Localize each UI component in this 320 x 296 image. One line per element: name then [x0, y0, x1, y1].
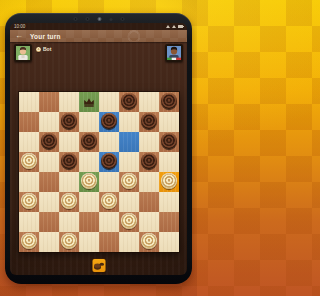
left-player-avatar[interactable] [14, 44, 32, 62]
board-square[interactable] [119, 192, 139, 212]
status-time: 10:00 [14, 23, 25, 30]
signal-icon [172, 25, 176, 28]
dark-piece[interactable] [121, 93, 137, 109]
light-piece[interactable] [21, 193, 37, 209]
right-player-avatar[interactable] [165, 44, 183, 62]
board-square[interactable] [59, 192, 79, 212]
cartoon-man-blue-icon [167, 46, 181, 60]
board-square[interactable] [139, 192, 159, 212]
board-square[interactable] [19, 192, 39, 212]
board-square[interactable] [59, 92, 79, 112]
board-square[interactable] [139, 172, 159, 192]
board-square[interactable] [99, 232, 119, 252]
light-piece[interactable] [121, 173, 137, 189]
board-square[interactable] [39, 92, 59, 112]
left-player-label: Bot [36, 46, 51, 52]
dark-piece[interactable] [161, 93, 177, 109]
light-piece[interactable] [61, 233, 77, 249]
board-square[interactable] [159, 192, 179, 212]
camera-dot [109, 18, 112, 21]
board-square[interactable] [59, 112, 79, 132]
dark-piece[interactable] [61, 113, 77, 129]
board-square[interactable] [79, 152, 99, 172]
board-square[interactable] [99, 172, 119, 192]
left-player-name: Bot [43, 46, 51, 52]
crown-icon [83, 97, 95, 107]
tablet-frame: 10:00 ← Your turn [5, 13, 192, 284]
board-square[interactable] [139, 232, 159, 252]
board-square[interactable] [99, 152, 119, 172]
board-square[interactable] [79, 92, 99, 112]
board-square[interactable] [119, 232, 139, 252]
board-square[interactable] [39, 212, 59, 232]
players-row: Bot [10, 42, 187, 65]
bottom-action-button[interactable] [92, 259, 105, 272]
board-square[interactable] [119, 132, 139, 152]
board-square[interactable] [139, 132, 159, 152]
board-square[interactable] [159, 172, 179, 192]
light-piece[interactable] [121, 213, 137, 229]
board-square[interactable] [59, 232, 79, 252]
board-square[interactable] [79, 172, 99, 192]
board-square[interactable] [79, 112, 99, 132]
dark-piece[interactable] [101, 113, 117, 129]
camera-lens [97, 17, 101, 21]
status-icons [166, 25, 183, 28]
app-bar: ← Your turn [10, 30, 187, 42]
board-square[interactable] [99, 132, 119, 152]
board-square[interactable] [19, 232, 39, 252]
board-square[interactable] [119, 92, 139, 112]
board-square[interactable] [19, 212, 39, 232]
camera-dots [73, 17, 124, 21]
board-square[interactable] [139, 112, 159, 132]
camera-dot [85, 17, 89, 21]
back-arrow-icon[interactable]: ← [15, 31, 23, 41]
board-square[interactable] [159, 232, 179, 252]
cartoon-man-green-icon [16, 46, 30, 60]
board-square[interactable] [19, 132, 39, 152]
light-piece[interactable] [161, 173, 177, 189]
board-square[interactable] [39, 132, 59, 152]
dark-piece[interactable] [161, 133, 177, 149]
camera-dot [120, 17, 124, 21]
board-square[interactable] [159, 132, 179, 152]
dark-piece[interactable] [81, 133, 97, 149]
board-square[interactable] [99, 112, 119, 132]
board-square[interactable] [159, 92, 179, 112]
dark-piece[interactable] [41, 133, 57, 149]
wifi-icon [166, 25, 170, 28]
board-square[interactable] [99, 192, 119, 212]
dark-piece[interactable] [61, 153, 77, 169]
light-piece[interactable] [21, 153, 37, 169]
board-square[interactable] [59, 132, 79, 152]
checkers-pieces-icon [92, 259, 105, 272]
light-piece[interactable] [141, 233, 157, 249]
board-square[interactable] [39, 192, 59, 212]
board-square[interactable] [39, 232, 59, 252]
light-checker-icon [36, 47, 41, 52]
status-bar: 10:00 [10, 23, 187, 30]
dark-piece[interactable] [141, 113, 157, 129]
app-screen: 10:00 ← Your turn [10, 23, 187, 275]
board-square[interactable] [99, 92, 119, 112]
board-square[interactable] [79, 192, 99, 212]
dark-piece[interactable] [141, 153, 157, 169]
board-square[interactable] [19, 172, 39, 192]
light-piece[interactable] [81, 173, 97, 189]
board-square[interactable] [39, 152, 59, 172]
board-square[interactable] [79, 132, 99, 152]
board-square[interactable] [79, 232, 99, 252]
board-square[interactable] [159, 112, 179, 132]
board [19, 92, 179, 252]
board-square[interactable] [139, 212, 159, 232]
board-square[interactable] [79, 212, 99, 232]
battery-icon [178, 25, 183, 28]
board-square[interactable] [59, 212, 79, 232]
board-square[interactable] [119, 152, 139, 172]
light-piece[interactable] [61, 193, 77, 209]
board-square[interactable] [119, 212, 139, 232]
board-square[interactable] [19, 112, 39, 132]
board-square[interactable] [119, 172, 139, 192]
dark-piece[interactable] [101, 153, 117, 169]
page-title: Your turn [30, 33, 61, 40]
board-square[interactable] [119, 112, 139, 132]
board-square[interactable] [139, 152, 159, 172]
board-square[interactable] [139, 92, 159, 112]
board-square[interactable] [159, 212, 179, 232]
light-piece[interactable] [21, 233, 37, 249]
light-piece[interactable] [101, 193, 117, 209]
board-square[interactable] [19, 92, 39, 112]
board-square[interactable] [59, 172, 79, 192]
board-square[interactable] [19, 152, 39, 172]
board-square[interactable] [39, 172, 59, 192]
board-square[interactable] [99, 212, 119, 232]
board-square[interactable] [159, 152, 179, 172]
board-square[interactable] [39, 112, 59, 132]
board-square[interactable] [59, 152, 79, 172]
camera-dot [73, 17, 77, 21]
